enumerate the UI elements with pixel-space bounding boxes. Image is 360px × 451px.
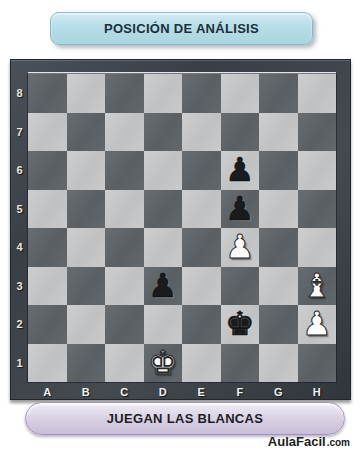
square-d6[interactable] <box>144 151 183 190</box>
square-g2[interactable] <box>259 305 298 344</box>
square-d5[interactable] <box>144 190 183 229</box>
rank-label-7: 7 <box>11 113 28 152</box>
piece-black-pawn: ♟ <box>225 190 255 228</box>
file-labels: ABCDEFGH <box>28 383 336 400</box>
piece-black-king: ♚ <box>225 305 255 343</box>
branding-tld: .com <box>327 437 350 448</box>
rank-label-8: 8 <box>11 74 28 113</box>
square-d4[interactable] <box>144 228 183 267</box>
rank-label-3: 3 <box>11 267 28 306</box>
square-h4[interactable] <box>298 228 337 267</box>
square-b3[interactable] <box>67 267 106 306</box>
square-g8[interactable] <box>259 74 298 113</box>
square-f8[interactable] <box>221 74 260 113</box>
rank-labels: 87654321 <box>11 74 28 382</box>
square-a3[interactable] <box>28 267 67 306</box>
square-e3[interactable] <box>182 267 221 306</box>
square-a8[interactable] <box>28 74 67 113</box>
piece-white-pawn: ♟ <box>302 305 332 343</box>
file-label-h: H <box>298 383 337 400</box>
file-label-d: D <box>144 383 183 400</box>
square-b8[interactable] <box>67 74 106 113</box>
piece-black-pawn: ♟ <box>225 151 255 189</box>
square-a4[interactable] <box>28 228 67 267</box>
piece-white-king: ♚ <box>148 344 178 382</box>
square-b5[interactable] <box>67 190 106 229</box>
analysis-position-label: POSICIÓN DE ANÁLISIS <box>104 21 259 36</box>
square-a7[interactable] <box>28 113 67 152</box>
rank-label-2: 2 <box>11 305 28 344</box>
square-f6[interactable]: ♟ <box>221 151 260 190</box>
square-e5[interactable] <box>182 190 221 229</box>
square-e4[interactable] <box>182 228 221 267</box>
square-b1[interactable] <box>67 344 106 383</box>
square-c5[interactable] <box>105 190 144 229</box>
square-d2[interactable] <box>144 305 183 344</box>
square-e6[interactable] <box>182 151 221 190</box>
branding-name: AulaFacil <box>268 434 326 449</box>
site-branding: AulaFacil .com <box>268 434 350 449</box>
square-h3[interactable]: ♝ <box>298 267 337 306</box>
square-a5[interactable] <box>28 190 67 229</box>
square-e7[interactable] <box>182 113 221 152</box>
square-g7[interactable] <box>259 113 298 152</box>
square-b4[interactable] <box>67 228 106 267</box>
square-a1[interactable] <box>28 344 67 383</box>
square-g3[interactable] <box>259 267 298 306</box>
square-h6[interactable] <box>298 151 337 190</box>
file-label-a: A <box>28 383 67 400</box>
square-h2[interactable]: ♟ <box>298 305 337 344</box>
square-h7[interactable] <box>298 113 337 152</box>
square-d7[interactable] <box>144 113 183 152</box>
square-c1[interactable] <box>105 344 144 383</box>
square-b7[interactable] <box>67 113 106 152</box>
square-c6[interactable] <box>105 151 144 190</box>
piece-black-pawn: ♟ <box>148 267 178 305</box>
rank-label-1: 1 <box>11 344 28 383</box>
square-a6[interactable] <box>28 151 67 190</box>
square-e2[interactable] <box>182 305 221 344</box>
square-b6[interactable] <box>67 151 106 190</box>
square-f5[interactable]: ♟ <box>221 190 260 229</box>
square-f1[interactable] <box>221 344 260 383</box>
chess-board: 87654321 ♟♟♟♟♝♚♟♚ ABCDEFGH <box>10 59 351 400</box>
square-e1[interactable] <box>182 344 221 383</box>
file-label-c: C <box>105 383 144 400</box>
square-c2[interactable] <box>105 305 144 344</box>
square-g1[interactable] <box>259 344 298 383</box>
square-c8[interactable] <box>105 74 144 113</box>
rank-label-4: 4 <box>11 228 28 267</box>
square-e8[interactable] <box>182 74 221 113</box>
square-f3[interactable] <box>221 267 260 306</box>
square-b2[interactable] <box>67 305 106 344</box>
square-d3[interactable]: ♟ <box>144 267 183 306</box>
square-f7[interactable] <box>221 113 260 152</box>
rank-label-6: 6 <box>11 151 28 190</box>
square-g5[interactable] <box>259 190 298 229</box>
square-a2[interactable] <box>28 305 67 344</box>
board-squares: ♟♟♟♟♝♚♟♚ <box>28 74 336 382</box>
side-to-move-label: JUEGAN LAS BLANCAS <box>107 411 263 426</box>
square-g4[interactable] <box>259 228 298 267</box>
square-d8[interactable] <box>144 74 183 113</box>
square-f2[interactable]: ♚ <box>221 305 260 344</box>
file-label-b: B <box>67 383 106 400</box>
file-label-e: E <box>182 383 221 400</box>
square-h5[interactable] <box>298 190 337 229</box>
square-h8[interactable] <box>298 74 337 113</box>
square-f4[interactable]: ♟ <box>221 228 260 267</box>
analysis-position-banner: POSICIÓN DE ANÁLISIS <box>50 12 313 45</box>
side-to-move-banner: JUEGAN LAS BLANCAS <box>25 402 345 435</box>
piece-white-pawn: ♟ <box>225 228 255 266</box>
square-h1[interactable] <box>298 344 337 383</box>
square-c4[interactable] <box>105 228 144 267</box>
square-c3[interactable] <box>105 267 144 306</box>
piece-white-bishop: ♝ <box>302 267 332 305</box>
file-label-g: G <box>259 383 298 400</box>
file-label-f: F <box>221 383 260 400</box>
square-g6[interactable] <box>259 151 298 190</box>
rank-label-5: 5 <box>11 190 28 229</box>
square-c7[interactable] <box>105 113 144 152</box>
square-d1[interactable]: ♚ <box>144 344 183 383</box>
